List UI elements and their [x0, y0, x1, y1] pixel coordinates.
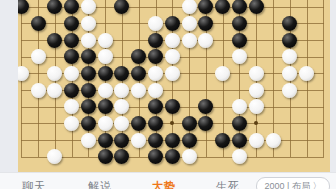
black-stone [232, 116, 247, 131]
tab-commentary[interactable]: 解说 [88, 179, 112, 189]
white-stone [114, 99, 129, 114]
white-stone [165, 49, 180, 64]
white-stone [249, 66, 264, 81]
white-stone [98, 33, 113, 48]
right-gutter [330, 0, 336, 172]
black-stone [81, 83, 96, 98]
white-stone [299, 66, 314, 81]
black-stone [198, 116, 213, 131]
black-stone [81, 66, 96, 81]
black-stone [148, 133, 163, 148]
white-stone [249, 83, 264, 98]
white-stone [182, 16, 197, 31]
black-stone [148, 49, 163, 64]
white-stone [182, 149, 197, 164]
white-stone [81, 0, 96, 14]
white-stone [266, 133, 281, 148]
white-stone [282, 49, 297, 64]
black-stone [114, 66, 129, 81]
black-stone [148, 99, 163, 114]
black-stone [182, 133, 197, 148]
black-stone [81, 49, 96, 64]
white-stone [282, 83, 297, 98]
white-stone [98, 49, 113, 64]
tab-chat[interactable]: 聊天 [22, 179, 46, 189]
black-stone [98, 133, 113, 148]
black-stone [64, 0, 79, 14]
white-stone [131, 83, 146, 98]
black-stone [215, 133, 230, 148]
black-stone [148, 149, 163, 164]
black-stone [165, 99, 180, 114]
black-stone [148, 33, 163, 48]
go-board[interactable] [18, 0, 330, 172]
white-stone [182, 0, 197, 14]
white-stone [47, 149, 62, 164]
white-stone [114, 83, 129, 98]
white-stone [81, 33, 96, 48]
white-stone [81, 133, 96, 148]
black-stone [47, 0, 62, 14]
white-stone [165, 33, 180, 48]
white-stone [98, 83, 113, 98]
black-stone [98, 99, 113, 114]
black-stone [198, 99, 213, 114]
black-stone [165, 133, 180, 148]
white-stone [232, 99, 247, 114]
black-stone [114, 133, 129, 148]
black-stone [31, 16, 46, 31]
left-gutter [0, 0, 18, 172]
black-stone [232, 16, 247, 31]
black-stone [131, 49, 146, 64]
white-stone [232, 49, 247, 64]
white-stone [232, 149, 247, 164]
status-pill-button[interactable]: 2000 | 布局 〉 [256, 177, 330, 189]
white-stone [64, 116, 79, 131]
black-stone [131, 116, 146, 131]
star-point [254, 121, 258, 125]
black-stone [47, 33, 62, 48]
black-stone [282, 33, 297, 48]
white-stone [282, 66, 297, 81]
star-point [170, 121, 174, 125]
black-stone [64, 16, 79, 31]
black-stone [148, 116, 163, 131]
black-stone [198, 0, 213, 14]
white-stone [31, 83, 46, 98]
white-stone [47, 83, 62, 98]
white-stone [249, 99, 264, 114]
black-stone [81, 116, 96, 131]
black-stone [232, 0, 247, 14]
white-stone [47, 66, 62, 81]
black-stone [198, 16, 213, 31]
white-stone [249, 133, 264, 148]
white-stone [114, 116, 129, 131]
black-stone [215, 0, 230, 14]
white-stone [148, 66, 163, 81]
black-stone [249, 0, 264, 14]
black-stone [282, 16, 297, 31]
black-stone [64, 83, 79, 98]
black-stone [81, 99, 96, 114]
white-stone [81, 16, 96, 31]
white-stone [165, 66, 180, 81]
black-stone [232, 133, 247, 148]
white-stone [148, 16, 163, 31]
white-stone [215, 66, 230, 81]
black-stone [98, 66, 113, 81]
white-stone [148, 83, 163, 98]
black-stone [165, 149, 180, 164]
bottom-tab-bar: 聊天 解说 大势 生死 2000 | 布局 〉 [0, 172, 336, 189]
black-stone [182, 116, 197, 131]
black-stone [98, 149, 113, 164]
black-stone [131, 66, 146, 81]
black-stone [232, 33, 247, 48]
white-stone [182, 33, 197, 48]
black-stone [64, 33, 79, 48]
white-stone [64, 99, 79, 114]
black-stone [114, 149, 129, 164]
black-stone [64, 49, 79, 64]
white-stone [198, 33, 213, 48]
white-stone [31, 49, 46, 64]
white-stone [131, 133, 146, 148]
white-stone [98, 116, 113, 131]
app-screen: 聊天 解说 大势 生死 2000 | 布局 〉 [0, 0, 336, 189]
white-stone [64, 66, 79, 81]
black-stone [114, 0, 129, 14]
black-stone [165, 16, 180, 31]
tab-trend[interactable]: 大势 [152, 179, 176, 189]
tab-life-death[interactable]: 生死 [216, 179, 240, 189]
